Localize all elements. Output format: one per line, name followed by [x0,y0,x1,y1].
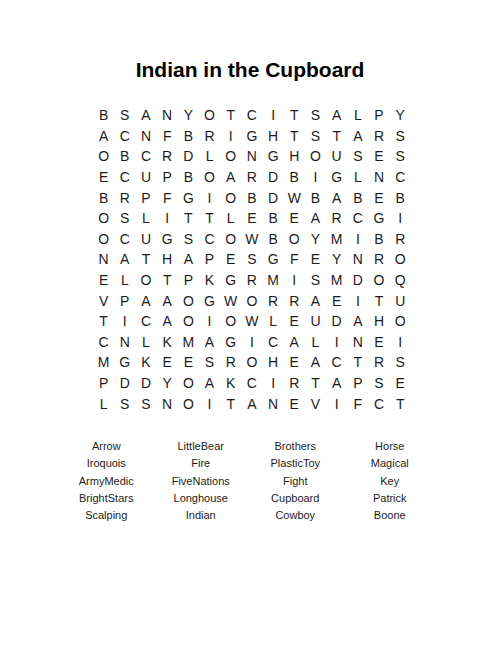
grid-cell-r6c10: E [284,208,305,229]
grid-cell-r14c4: Y [157,373,178,394]
word-list-item: Brothers [248,438,343,455]
grid-cell-r6c11: A [305,208,326,229]
grid-cell-r13c1: M [93,352,114,373]
grid-cell-r12c15: I [390,332,411,353]
grid-cell-r3c8: N [241,146,262,167]
grid-cell-r2c5: B [178,126,199,147]
grid-cell-r10c12: E [326,290,347,311]
grid-cell-r5c9: D [263,187,284,208]
word-list-item: Horse [343,438,438,455]
grid-cell-r8c7: E [220,249,241,270]
grid-cell-r3c12: U [326,146,347,167]
grid-cell-r12c12: I [326,332,347,353]
grid-cell-r13c10: E [284,352,305,373]
grid-cell-r11c15: O [390,311,411,332]
grid-cell-r15c11: V [305,393,326,414]
grid-cell-r6c14: G [368,208,389,229]
grid-cell-r7c13: I [347,229,368,250]
grid-cell-r4c3: U [135,167,156,188]
grid-cell-r2c11: S [305,126,326,147]
grid-cell-r8c9: G [263,249,284,270]
grid-cell-r2c4: F [157,126,178,147]
grid-cell-r11c6: I [199,311,220,332]
grid-cell-r12c7: G [220,332,241,353]
grid-cell-r15c4: N [157,393,178,414]
grid-cell-r5c13: B [347,187,368,208]
grid-cell-r7c6: C [199,229,220,250]
grid-cell-r3c1: O [93,146,114,167]
grid-cell-r1c8: C [241,105,262,126]
grid-cell-r10c8: O [241,290,262,311]
grid-cell-r9c2: L [114,270,135,291]
grid-cell-r4c2: C [114,167,135,188]
grid-cell-r13c15: S [390,352,411,373]
grid-cell-r10c3: A [135,290,156,311]
grid-cell-r1c6: O [199,105,220,126]
grid-cell-r14c14: S [368,373,389,394]
grid-cell-r4c10: B [284,167,305,188]
grid-cell-r12c2: N [114,332,135,353]
word-list-item: PlasticToy [248,455,343,472]
grid-cell-r9c10: I [284,270,305,291]
grid-cell-r12c13: N [347,332,368,353]
grid-cell-r10c10: R [284,290,305,311]
grid-cell-r10c7: W [220,290,241,311]
grid-cell-r13c11: A [305,352,326,373]
grid-cell-r1c7: T [220,105,241,126]
grid-cell-r10c1: V [93,290,114,311]
grid-cell-r6c8: E [241,208,262,229]
grid-cell-r12c4: K [157,332,178,353]
grid-cell-r3c3: C [135,146,156,167]
grid-cell-r9c11: S [305,270,326,291]
grid-cell-r4c12: G [326,167,347,188]
grid-cell-r9c14: O [368,270,389,291]
grid-cell-r7c4: G [157,229,178,250]
grid-cell-r10c4: A [157,290,178,311]
grid-cell-r2c14: R [368,126,389,147]
word-list-item: ArmyMedic [59,473,154,490]
grid-cell-r5c5: G [178,187,199,208]
grid-cell-r15c12: I [326,393,347,414]
grid-cell-r11c13: A [347,311,368,332]
grid-cell-r1c11: S [305,105,326,126]
grid-cell-r6c15: I [390,208,411,229]
puzzle-title: Indian in the Cupboard [0,59,500,80]
grid-cell-r8c4: H [157,249,178,270]
grid-cell-r8c13: N [347,249,368,270]
grid-cell-r5c8: B [241,187,262,208]
grid-cell-r6c4: I [157,208,178,229]
grid-cell-r14c5: O [178,373,199,394]
grid-cell-r10c9: R [263,290,284,311]
grid-cell-r9c12: M [326,270,347,291]
grid-cell-r12c8: I [241,332,262,353]
grid-cell-r13c9: H [263,352,284,373]
grid-cell-r8c11: E [305,249,326,270]
grid-cell-r1c1: B [93,105,114,126]
grid-cell-r3c4: R [157,146,178,167]
grid-cell-r2c12: T [326,126,347,147]
word-list-item: Indian [154,507,249,524]
grid-cell-r2c10: T [284,126,305,147]
grid-cell-r6c1: O [93,208,114,229]
word-list-item: Scalping [59,507,154,524]
grid-cell-r9c8: R [241,270,262,291]
grid-cell-r11c11: U [305,311,326,332]
grid-cell-r3c15: S [390,146,411,167]
grid-cell-r13c6: S [199,352,220,373]
grid-cell-r7c10: O [284,229,305,250]
grid-cell-r2c9: H [263,126,284,147]
grid-cell-r13c8: O [241,352,262,373]
grid-cell-r15c10: E [284,393,305,414]
grid-cell-r3c9: G [263,146,284,167]
word-list-item: Iroquois [59,455,154,472]
grid-cell-r8c5: A [178,249,199,270]
grid-cell-r8c6: P [199,249,220,270]
grid-cell-r11c10: E [284,311,305,332]
word-list-item: Key [343,473,438,490]
grid-cell-r1c9: I [263,105,284,126]
grid-cell-r7c9: B [263,229,284,250]
grid-cell-r10c11: A [305,290,326,311]
grid-cell-r4c15: C [390,167,411,188]
grid-cell-r4c4: P [157,167,178,188]
word-list-item: Fight [248,473,343,490]
grid-cell-r14c8: C [241,373,262,394]
grid-cell-r6c6: T [199,208,220,229]
grid-cell-r5c15: B [390,187,411,208]
grid-cell-r8c3: T [135,249,156,270]
grid-cell-r12c1: C [93,332,114,353]
grid-cell-r7c3: U [135,229,156,250]
grid-cell-r14c2: D [114,373,135,394]
grid-cell-r6c5: T [178,208,199,229]
grid-cell-r5c4: F [157,187,178,208]
grid-cell-r3c5: D [178,146,199,167]
grid-cell-r6c12: R [326,208,347,229]
word-list-item: Patrick [343,490,438,507]
grid-cell-r1c13: L [347,105,368,126]
grid-cell-r6c7: L [220,208,241,229]
grid-cell-r14c11: T [305,373,326,394]
grid-cell-r10c2: P [114,290,135,311]
grid-cell-r3c11: O [305,146,326,167]
grid-cell-r15c1: L [93,393,114,414]
grid-cell-r8c10: F [284,249,305,270]
grid-cell-r15c14: C [368,393,389,414]
grid-cell-r5c7: O [220,187,241,208]
grid-cell-r10c14: T [368,290,389,311]
grid-cell-r15c2: S [114,393,135,414]
grid-cell-r3c2: B [114,146,135,167]
word-list-item: LittleBear [154,438,249,455]
grid-cell-r9c13: D [347,270,368,291]
grid-cell-r14c7: K [220,373,241,394]
grid-cell-r14c1: P [93,373,114,394]
grid-cell-r15c7: T [220,393,241,414]
grid-cell-r9c4: T [157,270,178,291]
grid-cell-r15c9: N [263,393,284,414]
grid-cell-r3c7: O [220,146,241,167]
grid-cell-r13c14: R [368,352,389,373]
grid-cell-r2c13: A [347,126,368,147]
grid-cell-r4c14: N [368,167,389,188]
grid-cell-r5c11: B [305,187,326,208]
grid-cell-r2c8: G [241,126,262,147]
grid-cell-r11c4: A [157,311,178,332]
grid-cell-r2c2: C [114,126,135,147]
word-list-item: Boone [343,507,438,524]
grid-cell-r14c9: I [263,373,284,394]
grid-cell-r10c15: U [390,290,411,311]
grid-cell-r10c6: G [199,290,220,311]
word-list-item: Cowboy [248,507,343,524]
grid-cell-r14c12: A [326,373,347,394]
grid-cell-r7c15: R [390,229,411,250]
grid-cell-r9c9: M [263,270,284,291]
grid-cell-r1c3: A [135,105,156,126]
grid-cell-r9c5: P [178,270,199,291]
grid-cell-r11c12: D [326,311,347,332]
grid-cell-r11c9: L [263,311,284,332]
grid-cell-r12c3: L [135,332,156,353]
word-list-item: FiveNations [154,473,249,490]
grid-cell-r12c9: C [263,332,284,353]
grid-cell-r9c7: G [220,270,241,291]
word-search-page: Indian in the Cupboard BSANYOTCITSALPYAC… [0,0,500,647]
grid-cell-r6c13: C [347,208,368,229]
grid-cell-r15c13: F [347,393,368,414]
grid-cell-r13c7: R [220,352,241,373]
grid-cell-r7c8: W [241,229,262,250]
grid-cell-r14c15: E [390,373,411,394]
word-list-item: Arrow [59,438,154,455]
grid-cell-r3c6: L [199,146,220,167]
grid-cell-r14c6: A [199,373,220,394]
grid-cell-r1c14: P [368,105,389,126]
grid-cell-r12c14: E [368,332,389,353]
grid-cell-r9c1: E [93,270,114,291]
word-list-item: Magical [343,455,438,472]
grid-cell-r5c2: R [114,187,135,208]
grid-cell-r15c5: O [178,393,199,414]
grid-cell-r15c8: A [241,393,262,414]
grid-cell-r5c6: I [199,187,220,208]
grid-cell-r8c14: R [368,249,389,270]
grid-cell-r4c8: R [241,167,262,188]
grid-cell-r1c15: Y [390,105,411,126]
grid-cell-r10c13: I [347,290,368,311]
grid-cell-r11c3: C [135,311,156,332]
grid-cell-r4c13: L [347,167,368,188]
grid-cell-r13c5: E [178,352,199,373]
grid-cell-r4c6: O [199,167,220,188]
grid-cell-r2c6: R [199,126,220,147]
grid-cell-r2c7: I [220,126,241,147]
grid-cell-r6c2: S [114,208,135,229]
grid-cell-r5c10: W [284,187,305,208]
word-list-item: Longhouse [154,490,249,507]
grid-cell-r3c14: E [368,146,389,167]
grid-cell-r8c1: N [93,249,114,270]
grid-cell-r11c14: H [368,311,389,332]
grid-cell-r15c6: I [199,393,220,414]
grid-cell-r1c2: S [114,105,135,126]
grid-cell-r13c3: K [135,352,156,373]
grid-cell-r10c5: O [178,290,199,311]
grid-cell-r12c6: A [199,332,220,353]
grid-cell-r5c3: P [135,187,156,208]
grid-cell-r2c15: S [390,126,411,147]
grid-cell-r12c5: M [178,332,199,353]
grid-cell-r15c15: T [390,393,411,414]
grid-cell-r8c2: A [114,249,135,270]
grid-cell-r11c2: I [114,311,135,332]
grid-cell-r6c3: L [135,208,156,229]
grid-cell-r7c1: O [93,229,114,250]
grid-cell-r14c3: D [135,373,156,394]
grid-cell-r5c1: B [93,187,114,208]
grid-cell-r15c3: S [135,393,156,414]
grid-cell-r11c8: W [241,311,262,332]
grid-cell-r5c12: A [326,187,347,208]
grid-cell-r12c10: A [284,332,305,353]
grid-cell-r1c12: A [326,105,347,126]
grid-cell-r12c11: L [305,332,326,353]
grid-cell-r1c10: T [284,105,305,126]
grid-cell-r13c12: C [326,352,347,373]
grid-cell-r11c5: O [178,311,199,332]
grid-cell-r1c4: N [157,105,178,126]
grid-cell-r3c10: H [284,146,305,167]
grid-cell-r2c3: N [135,126,156,147]
grid-cell-r8c12: Y [326,249,347,270]
word-search-grid: BSANYOTCITSALPYACNFBRIGHTSTARSOBCRDLONGH… [93,105,411,414]
grid-cell-r2c1: A [93,126,114,147]
grid-cell-r14c10: R [284,373,305,394]
word-list-item: Cupboard [248,490,343,507]
grid-cell-r4c9: D [263,167,284,188]
grid-cell-r1c5: Y [178,105,199,126]
grid-cell-r4c11: I [305,167,326,188]
grid-cell-r3c13: S [347,146,368,167]
grid-cell-r7c11: Y [305,229,326,250]
grid-cell-r4c5: B [178,167,199,188]
grid-cell-r13c2: G [114,352,135,373]
grid-cell-r8c8: S [241,249,262,270]
word-list-item: Fire [154,455,249,472]
grid-cell-r4c1: E [93,167,114,188]
grid-cell-r6c9: B [263,208,284,229]
grid-cell-r4c7: A [220,167,241,188]
grid-cell-r9c3: O [135,270,156,291]
grid-cell-r7c7: O [220,229,241,250]
grid-cell-r9c6: K [199,270,220,291]
grid-cell-r5c14: E [368,187,389,208]
grid-cell-r13c13: T [347,352,368,373]
grid-cell-r9c15: Q [390,270,411,291]
grid-cell-r11c7: O [220,311,241,332]
grid-cell-r11c1: T [93,311,114,332]
word-list: ArrowLittleBearBrothersHorseIroquoisFire… [59,438,437,524]
grid-cell-r7c5: S [178,229,199,250]
grid-cell-r7c12: M [326,229,347,250]
grid-cell-r7c14: B [368,229,389,250]
grid-cell-r8c15: O [390,249,411,270]
grid-cell-r13c4: E [157,352,178,373]
word-list-item: BrightStars [59,490,154,507]
grid-cell-r14c13: P [347,373,368,394]
grid-cell-r7c2: C [114,229,135,250]
